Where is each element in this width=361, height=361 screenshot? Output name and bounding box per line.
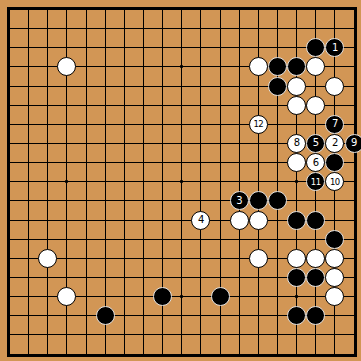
- white-stone: [38, 249, 57, 268]
- white-stone: 4: [191, 211, 210, 230]
- black-stone: [287, 211, 306, 230]
- move-number-label: 11: [311, 178, 321, 187]
- move-number-label: 5: [313, 138, 319, 148]
- white-stone: [287, 77, 306, 96]
- grid-line-horizontal: [9, 239, 355, 240]
- white-stone: [287, 249, 306, 268]
- white-stone: [325, 77, 344, 96]
- black-stone: [287, 268, 306, 287]
- star-point: [295, 295, 298, 298]
- black-stone: 3: [230, 191, 249, 210]
- grid-line-horizontal: [9, 354, 355, 355]
- move-number-label: 10: [330, 178, 340, 187]
- go-board: 128261041759113: [0, 0, 361, 361]
- black-stone: [306, 211, 325, 230]
- move-number-label: 4: [198, 215, 204, 225]
- white-stone: [230, 211, 249, 230]
- move-number-label: 3: [236, 196, 242, 206]
- black-stone: 9: [345, 134, 361, 153]
- white-stone: 12: [249, 115, 268, 134]
- black-stone: [268, 77, 287, 96]
- black-stone: [211, 287, 230, 306]
- grid-line-vertical: [354, 9, 355, 355]
- move-number-label: 1: [332, 43, 338, 53]
- white-stone: [306, 96, 325, 115]
- grid-line-vertical: [200, 9, 201, 355]
- white-stone: [249, 249, 268, 268]
- black-stone: [96, 306, 115, 325]
- grid-line-horizontal: [9, 200, 355, 201]
- white-stone: 8: [287, 134, 306, 153]
- move-number-label: 8: [294, 138, 300, 148]
- move-number-label: 7: [332, 119, 338, 129]
- grid-line-vertical: [239, 9, 240, 355]
- black-stone: [325, 230, 344, 249]
- move-number-label: 2: [332, 138, 338, 148]
- white-stone: [306, 249, 325, 268]
- grid-line-horizontal: [9, 334, 355, 335]
- move-number-label: 9: [351, 138, 357, 148]
- move-number-label: 6: [313, 158, 319, 168]
- move-number-label: 12: [253, 120, 263, 129]
- white-stone: [249, 211, 268, 230]
- white-stone: [287, 96, 306, 115]
